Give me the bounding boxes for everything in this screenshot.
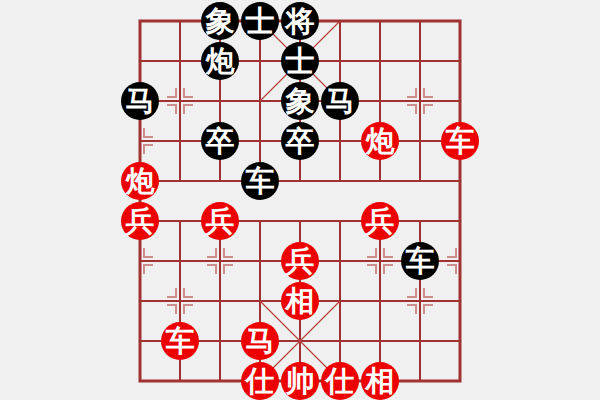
board-point: 马 bbox=[320, 81, 360, 121]
board-point: 象 bbox=[200, 1, 240, 41]
board-point: 车 bbox=[240, 161, 280, 201]
board-point: 马 bbox=[120, 81, 160, 121]
board-point: 相 bbox=[280, 281, 320, 321]
board-point: 仕 bbox=[320, 361, 360, 400]
board-area: 象士将炮士马象马卒卒炮车炮车兵兵兵兵车相车马仕帅仕相 bbox=[0, 0, 600, 400]
board-point: 士 bbox=[240, 1, 280, 41]
black-pawn[interactable]: 卒 bbox=[201, 122, 239, 160]
black-general[interactable]: 将 bbox=[281, 2, 319, 40]
red-pawn[interactable]: 兵 bbox=[201, 202, 239, 240]
black-horse[interactable]: 马 bbox=[321, 82, 359, 120]
black-advisor[interactable]: 士 bbox=[281, 42, 319, 80]
red-elephant[interactable]: 相 bbox=[281, 282, 319, 320]
board-point: 车 bbox=[440, 121, 480, 161]
board-point: 将 bbox=[280, 1, 320, 41]
black-chariot[interactable]: 车 bbox=[241, 162, 279, 200]
red-advisor[interactable]: 仕 bbox=[241, 362, 279, 400]
board-point: 兵 bbox=[360, 201, 400, 241]
black-elephant[interactable]: 象 bbox=[201, 2, 239, 40]
board-point: 卒 bbox=[280, 121, 320, 161]
black-advisor[interactable]: 士 bbox=[241, 2, 279, 40]
board-point: 兵 bbox=[280, 241, 320, 281]
red-general[interactable]: 帅 bbox=[281, 362, 319, 400]
board-point: 炮 bbox=[200, 41, 240, 81]
red-cannon[interactable]: 炮 bbox=[361, 122, 399, 160]
board-point: 兵 bbox=[200, 201, 240, 241]
board-point: 炮 bbox=[120, 161, 160, 201]
red-horse[interactable]: 马 bbox=[241, 322, 279, 360]
board-point: 帅 bbox=[280, 361, 320, 400]
red-pawn[interactable]: 兵 bbox=[361, 202, 399, 240]
board-point: 车 bbox=[160, 321, 200, 361]
black-chariot[interactable]: 车 bbox=[401, 242, 439, 280]
red-pawn[interactable]: 兵 bbox=[121, 202, 159, 240]
pieces-layer: 象士将炮士马象马卒卒炮车炮车兵兵兵兵车相车马仕帅仕相 bbox=[120, 1, 480, 400]
red-chariot[interactable]: 车 bbox=[161, 322, 199, 360]
red-pawn[interactable]: 兵 bbox=[281, 242, 319, 280]
board-point: 卒 bbox=[200, 121, 240, 161]
board-point: 兵 bbox=[120, 201, 160, 241]
red-elephant[interactable]: 相 bbox=[361, 362, 399, 400]
board-point: 象 bbox=[280, 81, 320, 121]
red-advisor[interactable]: 仕 bbox=[321, 362, 359, 400]
board-point: 炮 bbox=[360, 121, 400, 161]
black-pawn[interactable]: 卒 bbox=[281, 122, 319, 160]
red-chariot[interactable]: 车 bbox=[441, 122, 479, 160]
board-point: 士 bbox=[280, 41, 320, 81]
black-elephant[interactable]: 象 bbox=[281, 82, 319, 120]
red-cannon[interactable]: 炮 bbox=[121, 162, 159, 200]
black-horse[interactable]: 马 bbox=[121, 82, 159, 120]
black-cannon[interactable]: 炮 bbox=[201, 42, 239, 80]
board-point: 马 bbox=[240, 321, 280, 361]
board-point: 仕 bbox=[240, 361, 280, 400]
board-point: 相 bbox=[360, 361, 400, 400]
board-point: 车 bbox=[400, 241, 440, 281]
